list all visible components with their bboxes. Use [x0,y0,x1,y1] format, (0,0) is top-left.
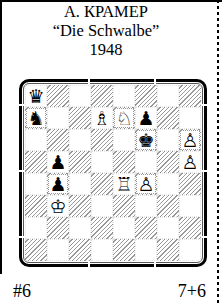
page-right-dashed-rule [217,0,219,305]
square-c4 [69,173,91,195]
piece-wP-h6: ♙ [180,130,200,150]
square-c5 [69,151,91,173]
square-g1 [157,239,179,261]
square-d4 [91,173,113,195]
square-e7: ♘ [113,107,135,129]
square-e6 [113,129,135,151]
square-a5 [25,151,47,173]
square-c2 [69,217,91,239]
square-a8: ♛ [25,85,47,107]
square-b7 [47,107,69,129]
square-b3: ♔ [47,195,69,217]
piece-bP-f7: ♟ [136,108,156,128]
border-tick [202,170,208,172]
square-f1 [135,239,157,261]
border-tick [154,262,156,268]
square-a1 [25,239,47,261]
border-tick [88,78,90,84]
square-d2 [91,217,113,239]
problem-header: А. КРАМЕР “Die Schwalbe” 1948 [0,2,212,59]
square-d8 [91,85,113,107]
piece-wP-h5: ♙ [180,152,200,172]
square-a7: ♞ [25,107,47,129]
square-f7: ♟ [135,107,157,129]
square-d1 [91,239,113,261]
square-f4: ♙ [135,173,157,195]
square-f2 [135,217,157,239]
square-e8 [113,85,135,107]
chess-board-frame: ♛♞♗♘♟♚♙♟♙♟♖♙♔ [19,79,207,267]
square-a3 [25,195,47,217]
square-b8 [47,85,69,107]
border-tick [202,104,208,106]
square-b2 [47,217,69,239]
square-a4 [25,173,47,195]
square-h8 [179,85,201,107]
border-tick [18,104,24,106]
square-h6: ♙ [179,129,201,151]
border-tick [154,78,156,84]
square-f6: ♚ [135,129,157,151]
square-e5 [113,151,135,173]
square-c1 [69,239,91,261]
chess-problem-page: А. КРАМЕР “Die Schwalbe” 1948 ♛♞♗♘♟♚♙♟♙♟… [0,0,222,305]
square-g4 [157,173,179,195]
square-b6 [47,129,69,151]
author-name: А. КРАМЕР [0,2,212,21]
piece-wK-b3: ♔ [48,196,68,216]
square-b1 [47,239,69,261]
square-a2 [25,217,47,239]
piece-wR-e4: ♖ [114,174,134,194]
square-a6 [25,129,47,151]
square-b4: ♟ [47,173,69,195]
square-h4 [179,173,201,195]
square-f8 [135,85,157,107]
square-h2 [179,217,201,239]
square-d3 [91,195,113,217]
square-e2 [113,217,135,239]
square-h3 [179,195,201,217]
piece-wN-e7: ♘ [114,108,134,128]
border-tick [202,236,208,238]
piece-bP-b4: ♟ [48,174,68,194]
piece-bQ-a8: ♛ [26,86,46,106]
square-c6 [69,129,91,151]
square-g2 [157,217,179,239]
square-f5 [135,151,157,173]
square-g6 [157,129,179,151]
square-d5 [91,151,113,173]
square-e3 [113,195,135,217]
square-h7 [179,107,201,129]
square-f3 [135,195,157,217]
material-count-label: 7+6 [178,281,206,301]
chess-board: ♛♞♗♘♟♚♙♟♙♟♖♙♔ [25,85,201,261]
square-e4: ♖ [113,173,135,195]
square-b5: ♟ [47,151,69,173]
square-c3 [69,195,91,217]
piece-bN-a7: ♞ [26,108,46,128]
square-c7 [69,107,91,129]
square-h5: ♙ [179,151,201,173]
problem-footer: #6 7+6 [13,281,206,301]
square-g5 [157,151,179,173]
square-g7 [157,107,179,129]
square-g8 [157,85,179,107]
square-c8 [69,85,91,107]
piece-wB-d7: ♗ [92,108,112,128]
chess-board-inner-frame: ♛♞♗♘♟♚♙♟♙♟♖♙♔ [23,83,203,263]
border-tick [88,262,90,268]
square-e1 [113,239,135,261]
square-h1 [179,239,201,261]
piece-bK-f6: ♚ [136,130,156,150]
piece-bP-b5: ♟ [48,152,68,172]
border-tick [18,170,24,172]
piece-wP-f4: ♙ [136,174,156,194]
square-d7: ♗ [91,107,113,129]
border-tick [18,236,24,238]
year: 1948 [0,40,212,59]
square-g3 [157,195,179,217]
square-d6 [91,129,113,151]
stipulation-label: #6 [13,281,31,301]
source-title: “Die Schwalbe” [0,21,212,40]
